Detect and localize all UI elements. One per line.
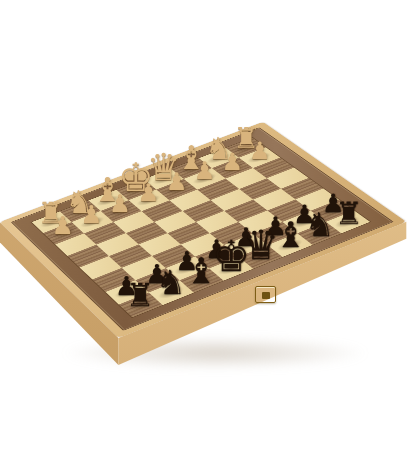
piece-white-pawn[interactable]: ♟ <box>221 149 243 173</box>
piece-black-knight[interactable]: ♞ <box>156 266 186 300</box>
piece-white-pawn[interactable]: ♟ <box>194 160 216 184</box>
piece-black-rook[interactable]: ♜ <box>126 280 154 312</box>
piece-white-pawn[interactable]: ♟ <box>249 139 271 163</box>
piece-black-bishop[interactable]: ♝ <box>275 217 307 252</box>
chess-set-photo: ♜♞♝♚♛♝♞♜♟♟♟♟♟♟♟♟♟♟♟♟♟♟♟♟♜♞♝♚♛♝♞♜ <box>0 0 418 467</box>
brass-clasp-icon <box>255 286 276 303</box>
piece-black-king[interactable]: ♚ <box>212 235 250 278</box>
piece-white-pawn[interactable]: ♟ <box>166 171 188 195</box>
piece-black-bishop[interactable]: ♝ <box>185 253 217 289</box>
piece-white-pawn[interactable]: ♟ <box>80 203 102 228</box>
piece-white-pawn[interactable]: ♟ <box>109 192 131 217</box>
piece-white-pawn[interactable]: ♟ <box>137 181 159 205</box>
piece-black-rook[interactable]: ♜ <box>335 198 363 229</box>
piece-black-knight[interactable]: ♞ <box>305 207 335 240</box>
piece-white-pawn[interactable]: ♟ <box>52 214 74 239</box>
